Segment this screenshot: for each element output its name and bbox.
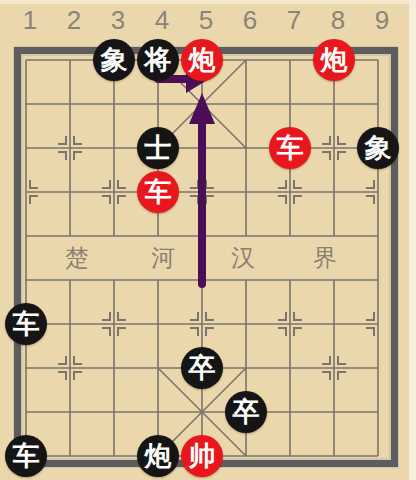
piece-red-cannon[interactable]: 炮 — [181, 39, 223, 81]
xiangqi-board-screen: 123456789 楚河汉界 象将炮炮士车象车车卒卒车炮帅 — [0, 0, 416, 480]
piece-black-cannon[interactable]: 炮 — [137, 435, 179, 477]
piece-black-chariot[interactable]: 车 — [5, 435, 47, 477]
move-arrow-vertical — [189, 93, 215, 284]
piece-black-soldier[interactable]: 卒 — [181, 347, 223, 389]
piece-red-general[interactable]: 帅 — [181, 435, 223, 477]
piece-red-cannon[interactable]: 炮 — [313, 39, 355, 81]
piece-black-advisor[interactable]: 士 — [137, 127, 179, 169]
piece-red-chariot[interactable]: 车 — [137, 171, 179, 213]
piece-black-chariot[interactable]: 车 — [5, 303, 47, 345]
piece-black-general[interactable]: 将 — [137, 39, 179, 81]
piece-black-elephant[interactable]: 象 — [357, 127, 399, 169]
piece-black-soldier[interactable]: 卒 — [225, 391, 267, 433]
piece-black-elephant[interactable]: 象 — [93, 39, 135, 81]
piece-red-chariot[interactable]: 车 — [269, 127, 311, 169]
